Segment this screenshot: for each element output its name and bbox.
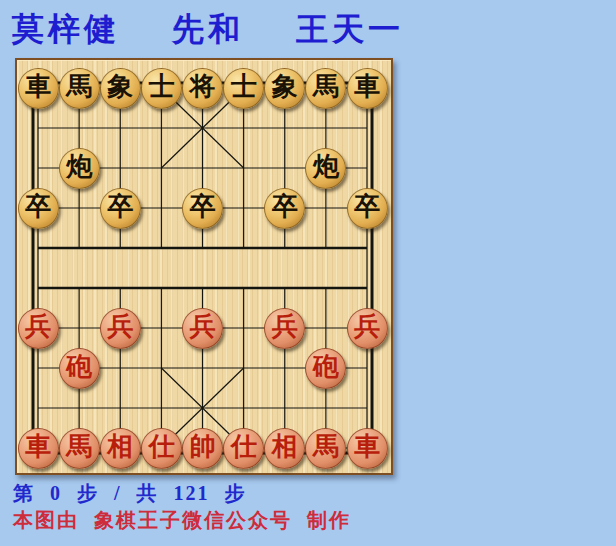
piece-red-horse: 馬 xyxy=(59,428,100,469)
piece-glyph: 馬 xyxy=(66,74,92,100)
piece-black-elephant: 象 xyxy=(100,68,141,109)
piece-black-advisor: 士 xyxy=(141,68,182,109)
piece-glyph: 仕 xyxy=(148,434,174,460)
piece-glyph: 相 xyxy=(272,434,298,460)
piece-glyph: 馬 xyxy=(313,434,339,460)
piece-glyph: 卒 xyxy=(107,194,133,220)
piece-glyph: 車 xyxy=(25,74,51,100)
piece-glyph: 相 xyxy=(107,434,133,460)
pieces-layer: 車馬象士将士象馬車炮炮卒卒卒卒卒兵兵兵兵兵砲砲車馬相仕帥仕相馬車 xyxy=(17,60,391,473)
piece-red-general: 帥 xyxy=(182,428,223,469)
piece-black-soldier: 卒 xyxy=(347,188,388,229)
piece-glyph: 兵 xyxy=(190,314,216,340)
piece-glyph: 象 xyxy=(107,74,133,100)
piece-glyph: 仕 xyxy=(231,434,257,460)
piece-red-soldier: 兵 xyxy=(264,308,305,349)
piece-glyph: 馬 xyxy=(313,74,339,100)
xiangqi-board: 車馬象士将士象馬車炮炮卒卒卒卒卒兵兵兵兵兵砲砲車馬相仕帥仕相馬車 xyxy=(15,58,393,475)
piece-glyph: 砲 xyxy=(313,354,339,380)
piece-red-chariot: 車 xyxy=(347,428,388,469)
piece-red-soldier: 兵 xyxy=(100,308,141,349)
piece-red-soldier: 兵 xyxy=(347,308,388,349)
piece-red-horse: 馬 xyxy=(305,428,346,469)
piece-glyph: 象 xyxy=(272,74,298,100)
piece-red-advisor: 仕 xyxy=(223,428,264,469)
page-background: 莫梓健 先和 王天一 車馬象士将士象馬車炮炮卒卒卒卒卒兵兵兵兵兵砲砲車馬相仕帥仕… xyxy=(0,0,616,546)
piece-glyph: 卒 xyxy=(272,194,298,220)
piece-red-cannon: 砲 xyxy=(59,348,100,389)
piece-red-soldier: 兵 xyxy=(182,308,223,349)
piece-black-general: 将 xyxy=(182,68,223,109)
piece-glyph: 車 xyxy=(354,74,380,100)
piece-black-cannon: 炮 xyxy=(59,148,100,189)
piece-black-horse: 馬 xyxy=(59,68,100,109)
piece-glyph: 卒 xyxy=(190,194,216,220)
piece-glyph: 卒 xyxy=(25,194,51,220)
piece-glyph: 砲 xyxy=(66,354,92,380)
piece-glyph: 兵 xyxy=(272,314,298,340)
piece-glyph: 炮 xyxy=(313,154,339,180)
piece-black-chariot: 車 xyxy=(18,68,59,109)
piece-black-cannon: 炮 xyxy=(305,148,346,189)
piece-glyph: 兵 xyxy=(354,314,380,340)
piece-black-soldier: 卒 xyxy=(100,188,141,229)
piece-red-soldier: 兵 xyxy=(18,308,59,349)
piece-black-horse: 馬 xyxy=(305,68,346,109)
piece-glyph: 兵 xyxy=(25,314,51,340)
piece-glyph: 車 xyxy=(25,434,51,460)
piece-black-chariot: 車 xyxy=(347,68,388,109)
piece-glyph: 帥 xyxy=(190,434,216,460)
piece-glyph: 士 xyxy=(231,74,257,100)
piece-glyph: 炮 xyxy=(66,154,92,180)
piece-black-advisor: 士 xyxy=(223,68,264,109)
piece-red-advisor: 仕 xyxy=(141,428,182,469)
piece-glyph: 馬 xyxy=(66,434,92,460)
piece-glyph: 将 xyxy=(190,74,216,100)
piece-black-elephant: 象 xyxy=(264,68,305,109)
piece-red-chariot: 車 xyxy=(18,428,59,469)
piece-glyph: 車 xyxy=(354,434,380,460)
piece-black-soldier: 卒 xyxy=(264,188,305,229)
piece-black-soldier: 卒 xyxy=(18,188,59,229)
piece-red-elephant: 相 xyxy=(100,428,141,469)
piece-black-soldier: 卒 xyxy=(182,188,223,229)
credit-text: 本图由 象棋王子微信公众号 制作 xyxy=(13,507,351,534)
piece-glyph: 卒 xyxy=(354,194,380,220)
piece-red-cannon: 砲 xyxy=(305,348,346,389)
piece-glyph: 兵 xyxy=(107,314,133,340)
piece-red-elephant: 相 xyxy=(264,428,305,469)
move-counter: 第 0 步 / 共 121 步 xyxy=(13,480,247,507)
game-title: 莫梓健 先和 王天一 xyxy=(12,8,404,52)
piece-glyph: 士 xyxy=(148,74,174,100)
